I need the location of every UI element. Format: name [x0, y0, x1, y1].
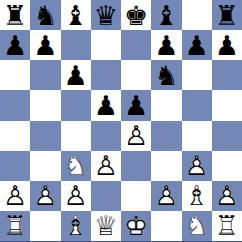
white-pawn-piece[interactable]: ♟♙: [0, 181, 30, 211]
square-d8[interactable]: ♛: [91, 0, 121, 30]
square-f4[interactable]: [151, 121, 181, 151]
square-c6[interactable]: ♟: [61, 60, 91, 90]
black-pawn-piece[interactable]: ♟: [30, 30, 60, 60]
square-e1[interactable]: ♚♔: [121, 211, 151, 241]
white-pawn-outline: ♙: [154, 182, 178, 209]
square-g1[interactable]: ♞♘: [182, 211, 212, 241]
square-a6[interactable]: [0, 60, 30, 90]
black-pawn-piece[interactable]: ♟: [151, 30, 181, 60]
square-c3[interactable]: ♞♘: [61, 151, 91, 181]
white-pawn-outline: ♙: [215, 182, 239, 209]
white-pawn-piece[interactable]: ♟♙: [121, 121, 151, 151]
white-king-outline: ♔: [124, 212, 148, 239]
black-king-piece[interactable]: ♚: [121, 0, 151, 30]
square-h5[interactable]: [212, 90, 242, 120]
square-g7[interactable]: ♟: [182, 30, 212, 60]
square-b3[interactable]: [30, 151, 60, 181]
white-knight-outline: ♘: [185, 212, 209, 239]
white-bishop-outline: ♗: [64, 212, 88, 239]
square-c8[interactable]: ♝: [61, 0, 91, 30]
black-knight-piece[interactable]: ♞: [30, 0, 60, 30]
square-b1[interactable]: [30, 211, 60, 241]
white-pawn-piece[interactable]: ♟♙: [212, 181, 242, 211]
black-bishop-piece[interactable]: ♝: [61, 0, 91, 30]
square-b2[interactable]: ♟♙: [30, 181, 60, 211]
square-e6[interactable]: [121, 60, 151, 90]
black-pawn-piece[interactable]: ♟: [0, 30, 30, 60]
square-a5[interactable]: [0, 90, 30, 120]
black-pawn-piece[interactable]: ♟: [212, 30, 242, 60]
square-h6[interactable]: [212, 60, 242, 90]
square-f8[interactable]: ♝: [151, 0, 181, 30]
chess-board: ♜♞♝♛♚♝♜♟♟♟♟♟♟♞♟♟♟♙♞♘♟♙♟♙♟♙♟♙♟♙♟♙♝♗♟♙♜♖♝♗…: [0, 0, 242, 242]
square-e2[interactable]: [121, 181, 151, 211]
square-d2[interactable]: [91, 181, 121, 211]
white-pawn-piece[interactable]: ♟♙: [91, 151, 121, 181]
square-b5[interactable]: [30, 90, 60, 120]
square-h8[interactable]: ♜: [212, 0, 242, 30]
square-f2[interactable]: ♟♙: [151, 181, 181, 211]
square-g6[interactable]: [182, 60, 212, 90]
white-knight-piece[interactable]: ♞♘: [61, 151, 91, 181]
black-rook-piece[interactable]: ♜: [0, 0, 30, 30]
square-d6[interactable]: [91, 60, 121, 90]
square-d3[interactable]: ♟♙: [91, 151, 121, 181]
square-b7[interactable]: ♟: [30, 30, 60, 60]
square-c1[interactable]: ♝♗: [61, 211, 91, 241]
black-knight-piece[interactable]: ♞: [151, 60, 181, 90]
square-g3[interactable]: ♟♙: [182, 151, 212, 181]
square-a7[interactable]: ♟: [0, 30, 30, 60]
square-a4[interactable]: [0, 121, 30, 151]
square-c4[interactable]: [61, 121, 91, 151]
square-c2[interactable]: ♟♙: [61, 181, 91, 211]
white-pawn-piece[interactable]: ♟♙: [151, 181, 181, 211]
white-pawn-piece[interactable]: ♟♙: [30, 181, 60, 211]
white-pawn-outline: ♙: [94, 152, 118, 179]
white-rook-piece[interactable]: ♜♖: [212, 211, 242, 241]
square-f6[interactable]: ♞: [151, 60, 181, 90]
black-pawn-piece[interactable]: ♟: [121, 90, 151, 120]
white-rook-outline: ♖: [3, 212, 27, 239]
square-a3[interactable]: [0, 151, 30, 181]
white-queen-piece[interactable]: ♛♕: [91, 211, 121, 241]
square-g2[interactable]: ♝♗: [182, 181, 212, 211]
square-f5[interactable]: [151, 90, 181, 120]
square-d4[interactable]: [91, 121, 121, 151]
white-bishop-piece[interactable]: ♝♗: [61, 211, 91, 241]
square-f7[interactable]: ♟: [151, 30, 181, 60]
white-pawn-piece[interactable]: ♟♙: [61, 181, 91, 211]
square-d1[interactable]: ♛♕: [91, 211, 121, 241]
square-b8[interactable]: ♞: [30, 0, 60, 30]
white-knight-outline: ♘: [64, 152, 88, 179]
square-b4[interactable]: [30, 121, 60, 151]
square-h2[interactable]: ♟♙: [212, 181, 242, 211]
square-e5[interactable]: ♟: [121, 90, 151, 120]
square-b6[interactable]: [30, 60, 60, 90]
white-pawn-outline: ♙: [64, 182, 88, 209]
square-h3[interactable]: [212, 151, 242, 181]
white-bishop-outline: ♗: [185, 182, 209, 209]
white-knight-piece[interactable]: ♞♘: [182, 211, 212, 241]
square-d5[interactable]: ♟: [91, 90, 121, 120]
square-c7[interactable]: [61, 30, 91, 60]
white-pawn-outline: ♙: [185, 152, 209, 179]
square-g4[interactable]: [182, 121, 212, 151]
square-h7[interactable]: ♟: [212, 30, 242, 60]
white-rook-outline: ♖: [215, 212, 239, 239]
square-a1[interactable]: ♜♖: [0, 211, 30, 241]
square-h4[interactable]: [212, 121, 242, 151]
square-g5[interactable]: [182, 90, 212, 120]
square-a2[interactable]: ♟♙: [0, 181, 30, 211]
black-queen-piece[interactable]: ♛: [91, 0, 121, 30]
black-pawn-piece[interactable]: ♟: [182, 30, 212, 60]
black-pawn-piece[interactable]: ♟: [91, 90, 121, 120]
square-e4[interactable]: ♟♙: [121, 121, 151, 151]
white-pawn-outline: ♙: [3, 182, 27, 209]
square-g8[interactable]: [182, 0, 212, 30]
square-f1[interactable]: [151, 211, 181, 241]
white-pawn-outline: ♙: [33, 182, 57, 209]
white-king-piece[interactable]: ♚♔: [121, 211, 151, 241]
black-rook-piece[interactable]: ♜: [212, 0, 242, 30]
square-f3[interactable]: [151, 151, 181, 181]
square-e3[interactable]: [121, 151, 151, 181]
white-rook-piece[interactable]: ♜♖: [0, 211, 30, 241]
square-c5[interactable]: [61, 90, 91, 120]
square-a8[interactable]: ♜: [0, 0, 30, 30]
white-pawn-outline: ♙: [124, 122, 148, 149]
square-e8[interactable]: ♚: [121, 0, 151, 30]
square-d7[interactable]: [91, 30, 121, 60]
square-e7[interactable]: [121, 30, 151, 60]
black-bishop-piece[interactable]: ♝: [151, 0, 181, 30]
white-pawn-piece[interactable]: ♟♙: [182, 151, 212, 181]
black-pawn-piece[interactable]: ♟: [61, 60, 91, 90]
square-h1[interactable]: ♜♖: [212, 211, 242, 241]
white-bishop-piece[interactable]: ♝♗: [182, 181, 212, 211]
white-queen-outline: ♕: [94, 212, 118, 239]
